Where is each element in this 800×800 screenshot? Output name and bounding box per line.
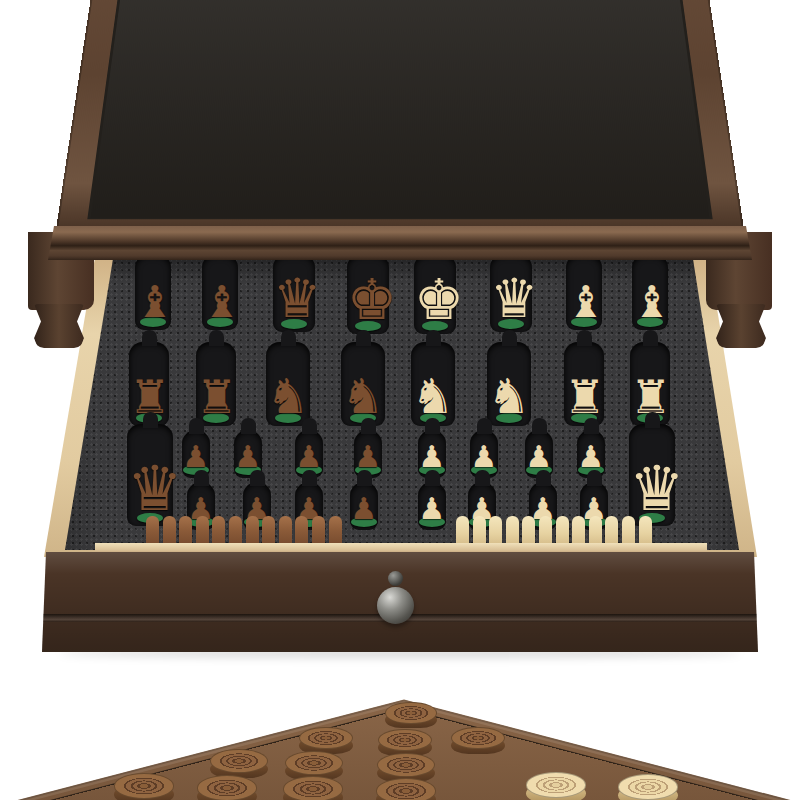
slot-notch — [302, 418, 317, 434]
dark-checker — [197, 775, 258, 800]
checker-top — [114, 773, 174, 798]
box-foot-right — [716, 304, 766, 348]
foam-slot: ♚ — [347, 254, 389, 334]
light-pawn-piece: ♟ — [525, 442, 553, 472]
light-checker — [618, 774, 678, 800]
top-chessboard-area — [0, 0, 800, 260]
box-foot-left — [34, 304, 84, 348]
slot-notch — [281, 330, 296, 346]
drawer-knob — [377, 587, 414, 624]
chessboard-box-top — [55, 0, 745, 236]
foam-slot: ♝ — [566, 254, 602, 330]
light-pawn-piece: ♟ — [418, 442, 446, 472]
dark-pawn-piece: ♟ — [295, 442, 323, 472]
dark-checker — [114, 773, 174, 800]
slot-notch — [189, 418, 204, 434]
foam-slot: ♝ — [202, 254, 238, 330]
foam-slot: ♝ — [632, 254, 668, 330]
slot-notch — [645, 412, 660, 428]
slot-notch — [587, 470, 602, 486]
slot-notch — [425, 470, 440, 486]
bottom-checkers-board-area — [0, 655, 800, 800]
dark-pawn-piece: ♟ — [354, 442, 382, 472]
slot-notch — [475, 470, 490, 486]
product-photo-chess-checkers-set: ♝♝♛♚♚♛♝♝♜♜♞♞♞♞♜♜♟♟♟♟♟♟♟♟♟♟♟♟♟♟♟♟♛♛ — [0, 0, 800, 800]
slot-notch — [532, 418, 547, 434]
foam-slot: ♝ — [135, 254, 171, 330]
foam-slot: ♟ — [418, 482, 446, 530]
slot-notch — [209, 330, 224, 346]
slot-notch — [577, 330, 592, 346]
foam-slot: ♞ — [411, 342, 455, 426]
foam-slot: ♛ — [490, 254, 532, 332]
dark-pawn-piece: ♟ — [350, 494, 378, 524]
dark-checker — [376, 778, 437, 800]
foam-slot: ♟ — [350, 482, 378, 530]
light-rook-piece: ♜ — [564, 374, 604, 420]
slot-notch — [356, 330, 371, 346]
slot-notch — [643, 330, 658, 346]
chessboard-grid — [90, 0, 709, 218]
slot-notch — [477, 418, 492, 434]
foam-slot: ♛ — [629, 424, 675, 526]
light-bishop-piece: ♝ — [632, 280, 668, 324]
slot-notch — [241, 418, 256, 434]
box-front-molding — [48, 226, 752, 260]
dark-pawn-piece: ♟ — [234, 442, 262, 472]
light-queen-piece: ♛ — [490, 272, 532, 326]
dark-bishop-piece: ♝ — [202, 280, 238, 324]
dark-queen-piece: ♛ — [273, 272, 315, 326]
checker-top — [210, 749, 267, 773]
checker-top — [377, 753, 435, 777]
foam-slot: ♚ — [414, 254, 456, 334]
checker-top — [618, 774, 678, 799]
slot-notch — [361, 418, 376, 434]
slot-notch — [584, 418, 599, 434]
slot-notch — [143, 412, 158, 428]
dark-bishop-piece: ♝ — [135, 280, 171, 324]
light-pawn-piece: ♟ — [577, 442, 605, 472]
slot-notch — [194, 470, 209, 486]
slot-notch — [357, 470, 372, 486]
light-knight-piece: ♞ — [411, 372, 455, 420]
checker-top — [197, 775, 258, 800]
slot-notch — [425, 418, 440, 434]
light-pawn-piece: ♟ — [418, 494, 446, 524]
light-king-piece: ♚ — [414, 272, 456, 328]
dark-checker — [283, 776, 344, 800]
slot-notch — [536, 470, 551, 486]
dark-knight-piece: ♞ — [266, 372, 310, 420]
foam-slot: ♞ — [341, 342, 385, 426]
light-knight-piece: ♞ — [487, 372, 531, 420]
slot-notch — [142, 330, 157, 346]
checker-top — [385, 702, 436, 723]
slot-notch — [250, 470, 265, 486]
light-checker — [526, 772, 586, 800]
dark-rook-piece: ♜ — [196, 374, 236, 420]
dark-checker — [451, 727, 505, 762]
light-queen-piece: ♛ — [629, 458, 675, 520]
foam-slot: ♛ — [273, 254, 315, 332]
slot-notch — [426, 330, 441, 346]
foam-slot: ♞ — [487, 342, 531, 426]
dark-king-piece: ♚ — [347, 272, 389, 328]
storage-drawer: ♝♝♛♚♚♛♝♝♜♜♞♞♞♞♜♜♟♟♟♟♟♟♟♟♟♟♟♟♟♟♟♟♛♛ — [40, 238, 764, 558]
slot-notch — [502, 330, 517, 346]
dark-knight-piece: ♞ — [341, 372, 385, 420]
foam-slot: ♛ — [127, 424, 173, 526]
checker-top — [376, 778, 437, 800]
checker-top — [526, 772, 586, 797]
knob-screw — [388, 571, 403, 586]
checker-top — [283, 776, 344, 800]
dark-pawn-piece: ♟ — [182, 442, 210, 472]
slot-notch — [302, 470, 317, 486]
dark-queen-piece: ♛ — [127, 458, 173, 520]
foam-slot: ♜ — [196, 342, 236, 426]
checker-top — [285, 751, 342, 775]
foam-slot: ♞ — [266, 342, 310, 426]
light-bishop-piece: ♝ — [566, 280, 602, 324]
foam-slot: ♜ — [564, 342, 604, 426]
light-pawn-piece: ♟ — [470, 442, 498, 472]
